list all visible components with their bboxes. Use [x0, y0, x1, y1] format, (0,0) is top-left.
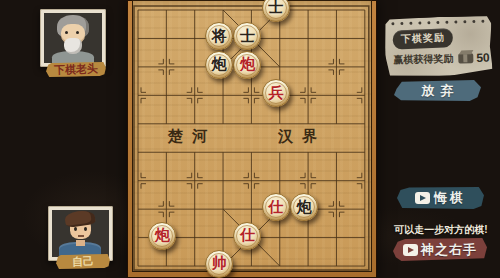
opponent-portrait: [44, 13, 102, 63]
self-name: 自己: [72, 255, 94, 268]
young-man-neck: [76, 240, 85, 246]
reward-description: 赢棋获得奖励: [393, 52, 453, 68]
piece-red-general[interactable]: 帅: [205, 250, 233, 278]
undo-button[interactable]: 悔棋: [397, 187, 484, 209]
video-ad-icon: [415, 192, 430, 204]
god-hand-button-label: 神之右手: [421, 241, 477, 259]
xiangqi-board: 楚河 汉界 士将士炮炮兵仕炮炮仕帅: [127, 0, 377, 278]
reward-note: 下棋奖励 赢棋获得奖励 50: [384, 16, 493, 78]
piece-glyph: 仕: [268, 200, 283, 215]
video-ad-icon: [403, 244, 418, 256]
piece-red-cannon[interactable]: 炮: [233, 51, 261, 79]
piece-glyph: 士: [240, 29, 255, 44]
money-stack-icon: [458, 53, 473, 63]
reward-title-badge: 下棋奖励: [392, 28, 453, 50]
piece-glyph: 炮: [212, 57, 227, 72]
god-hand-tip: 可以走一步对方的棋!: [386, 223, 496, 237]
young-man-mouth: [78, 235, 84, 237]
piece-red-advisor[interactable]: 仕: [233, 222, 261, 250]
piece-glyph: 兵: [268, 86, 283, 101]
perforation-dots: [384, 16, 491, 26]
piece-glyph: 士: [268, 0, 283, 15]
piece-black-advisor[interactable]: 士: [233, 22, 261, 50]
piece-glyph: 炮: [297, 200, 312, 215]
self-photo-frame: [48, 206, 113, 261]
piece-glyph: 炮: [240, 57, 255, 72]
piece-black-cannon[interactable]: 炮: [290, 193, 318, 221]
opponent-name-banner: 下棋老头: [46, 61, 106, 78]
opponent-name: 下棋老头: [54, 62, 98, 76]
piece-black-general[interactable]: 将: [205, 22, 233, 50]
resign-button[interactable]: 放弃: [394, 80, 481, 101]
piece-glyph: 帅: [212, 256, 227, 271]
opponent-photo-frame: [40, 9, 106, 67]
old-man-beard: [64, 38, 82, 54]
reward-amount: 50: [476, 51, 490, 65]
piece-red-soldier[interactable]: 兵: [262, 79, 290, 107]
reward-desc-row: 赢棋获得奖励 50: [393, 51, 492, 68]
old-man-eye: [76, 31, 79, 34]
resign-button-label: 放弃: [422, 82, 460, 100]
self-name-banner: 自己: [56, 253, 110, 270]
piece-black-cannon[interactable]: 炮: [205, 51, 233, 79]
piece-red-advisor[interactable]: 仕: [262, 193, 290, 221]
piece-glyph: 炮: [155, 228, 170, 243]
young-man-eye: [84, 227, 87, 231]
god-hand-button[interactable]: 神之右手: [393, 238, 487, 261]
pieces-grid: 士将士炮炮兵仕炮炮仕帅: [124, 0, 379, 278]
undo-button-label: 悔棋: [434, 189, 466, 207]
old-man-eye: [65, 31, 68, 34]
piece-red-cannon[interactable]: 炮: [148, 222, 176, 250]
young-man-hair: [64, 210, 96, 228]
game-screen: 楚河 汉界 士将士炮炮兵仕炮炮仕帅 下棋老头: [0, 0, 500, 278]
self-portrait: [52, 210, 109, 257]
piece-black-advisor[interactable]: 士: [262, 0, 290, 22]
young-man-eye: [74, 227, 77, 231]
piece-glyph: 将: [212, 29, 227, 44]
piece-glyph: 仕: [240, 228, 255, 243]
